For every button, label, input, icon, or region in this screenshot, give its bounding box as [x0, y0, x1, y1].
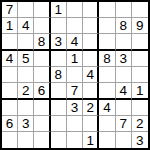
cell-r8c6-empty[interactable] [83, 116, 99, 132]
cell-r2c9-given-9[interactable]: 9 [132, 18, 148, 34]
cell-r1c2-empty[interactable] [18, 2, 34, 18]
cell-r5c6-given-4[interactable]: 4 [83, 67, 99, 83]
cell-r9c6-given-1[interactable]: 1 [83, 132, 99, 148]
cell-r7c4-empty[interactable] [51, 100, 67, 116]
cell-r4c6-empty[interactable] [83, 51, 99, 67]
cell-r8c2-given-3[interactable]: 3 [18, 116, 34, 132]
cell-r5c8-empty[interactable] [116, 67, 132, 83]
cell-r4c1-given-4[interactable]: 4 [2, 51, 18, 67]
cell-r5c4-given-8[interactable]: 8 [51, 67, 67, 83]
cell-r2c1-given-1[interactable]: 1 [2, 18, 18, 34]
cell-r4c2-given-5[interactable]: 5 [18, 51, 34, 67]
cell-r5c5-empty[interactable] [67, 67, 83, 83]
cell-r3c7-empty[interactable] [99, 34, 115, 51]
cell-r3c1-empty[interactable] [2, 34, 18, 51]
cell-r4c7-given-8[interactable]: 8 [99, 51, 115, 67]
cell-r2c6-empty[interactable] [83, 18, 99, 34]
cell-r9c2-empty[interactable] [18, 132, 34, 148]
cell-r6c7-empty[interactable] [99, 83, 115, 100]
cell-r6c6-empty[interactable] [83, 83, 99, 100]
cell-r6c9-given-1[interactable]: 1 [132, 83, 148, 100]
cell-r4c3-empty[interactable] [34, 51, 50, 67]
cell-r5c7-empty[interactable] [99, 67, 115, 83]
cell-r8c9-given-2[interactable]: 2 [132, 116, 148, 132]
sudoku-board: 711489834451838426741324637213 [0, 0, 150, 150]
cell-r2c3-empty[interactable] [34, 18, 50, 34]
cell-r6c1-empty[interactable] [2, 83, 18, 100]
cell-r8c1-given-6[interactable]: 6 [2, 116, 18, 132]
cell-r4c5-given-1[interactable]: 1 [67, 51, 83, 67]
cell-r9c4-empty[interactable] [51, 132, 67, 148]
cell-r2c5-empty[interactable] [67, 18, 83, 34]
cell-r1c5-empty[interactable] [67, 2, 83, 18]
cell-r3c4-given-3[interactable]: 3 [51, 34, 67, 51]
cell-r1c7-empty[interactable] [99, 2, 115, 18]
cell-r9c7-empty[interactable] [99, 132, 115, 148]
cell-r1c1-given-7[interactable]: 7 [2, 2, 18, 18]
cell-r3c2-empty[interactable] [18, 34, 34, 51]
cell-r1c8-empty[interactable] [116, 2, 132, 18]
cell-r3c5-given-4[interactable]: 4 [67, 34, 83, 51]
cell-r3c8-empty[interactable] [116, 34, 132, 51]
cell-r6c8-given-4[interactable]: 4 [116, 83, 132, 100]
cell-r6c5-given-7[interactable]: 7 [67, 83, 83, 100]
cell-r9c9-given-3[interactable]: 3 [132, 132, 148, 148]
cell-r5c1-empty[interactable] [2, 67, 18, 83]
cell-r7c7-given-4[interactable]: 4 [99, 100, 115, 116]
cell-r8c8-given-7[interactable]: 7 [116, 116, 132, 132]
cell-r7c3-empty[interactable] [34, 100, 50, 116]
cell-r7c9-empty[interactable] [132, 100, 148, 116]
cell-r8c5-empty[interactable] [67, 116, 83, 132]
cell-r7c8-empty[interactable] [116, 100, 132, 116]
cell-r8c4-empty[interactable] [51, 116, 67, 132]
cell-r7c6-given-2[interactable]: 2 [83, 100, 99, 116]
cell-r6c2-given-2[interactable]: 2 [18, 83, 34, 100]
cell-r8c7-empty[interactable] [99, 116, 115, 132]
cell-r6c4-empty[interactable] [51, 83, 67, 100]
cell-r7c2-empty[interactable] [18, 100, 34, 116]
cell-r1c4-given-1[interactable]: 1 [51, 2, 67, 18]
cell-r8c3-empty[interactable] [34, 116, 50, 132]
cell-r3c6-empty[interactable] [83, 34, 99, 51]
cell-r9c5-empty[interactable] [67, 132, 83, 148]
cell-r5c9-empty[interactable] [132, 67, 148, 83]
sudoku-page: 711489834451838426741324637213 [0, 0, 150, 150]
cell-r2c4-empty[interactable] [51, 18, 67, 34]
cell-r5c3-empty[interactable] [34, 67, 50, 83]
cell-r3c3-given-8[interactable]: 8 [34, 34, 50, 51]
cell-r2c8-given-8[interactable]: 8 [116, 18, 132, 34]
cell-r9c8-empty[interactable] [116, 132, 132, 148]
cell-r4c4-empty[interactable] [51, 51, 67, 67]
cell-r1c3-empty[interactable] [34, 2, 50, 18]
cell-r6c3-given-6[interactable]: 6 [34, 83, 50, 100]
cell-r9c3-empty[interactable] [34, 132, 50, 148]
cell-r1c6-empty[interactable] [83, 2, 99, 18]
cell-r5c2-empty[interactable] [18, 67, 34, 83]
cell-r7c1-empty[interactable] [2, 100, 18, 116]
cell-r3c9-empty[interactable] [132, 34, 148, 51]
cell-r4c8-given-3[interactable]: 3 [116, 51, 132, 67]
cell-r9c1-empty[interactable] [2, 132, 18, 148]
cell-r2c7-empty[interactable] [99, 18, 115, 34]
cell-r2c2-given-4[interactable]: 4 [18, 18, 34, 34]
cell-r1c9-empty[interactable] [132, 2, 148, 18]
cell-r4c9-empty[interactable] [132, 51, 148, 67]
cell-r7c5-given-3[interactable]: 3 [67, 100, 83, 116]
